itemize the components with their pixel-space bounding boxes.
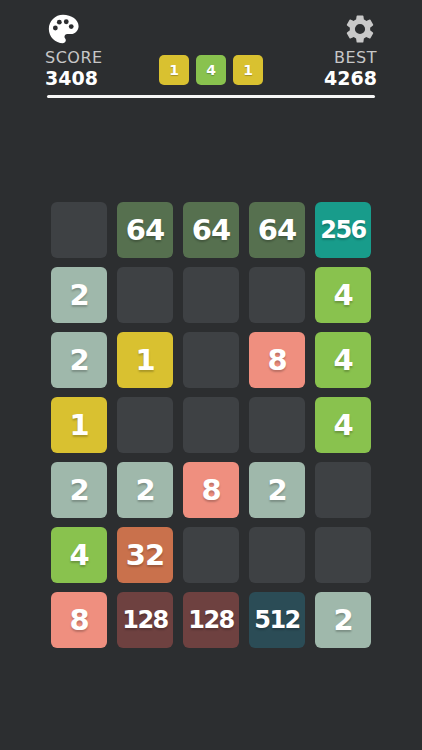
tile-2[interactable]: 2	[51, 267, 107, 323]
best-value: 4268	[324, 68, 377, 88]
tile-8[interactable]: 8	[183, 462, 239, 518]
tile-128[interactable]: 128	[183, 592, 239, 648]
game-board[interactable]: 64646425624218414228243281281285122	[51, 202, 371, 648]
empty-cell[interactable]	[183, 332, 239, 388]
empty-cell[interactable]	[249, 527, 305, 583]
empty-cell[interactable]	[315, 462, 371, 518]
tile-64[interactable]: 64	[117, 202, 173, 258]
empty-cell[interactable]	[117, 267, 173, 323]
tile-4[interactable]: 4	[315, 397, 371, 453]
tile-4[interactable]: 4	[315, 267, 371, 323]
gear-icon[interactable]	[342, 11, 378, 47]
tile-4[interactable]: 4	[51, 527, 107, 583]
empty-cell[interactable]	[117, 397, 173, 453]
empty-cell[interactable]	[315, 527, 371, 583]
tile-2[interactable]: 2	[51, 462, 107, 518]
tile-64[interactable]: 64	[183, 202, 239, 258]
tile-2[interactable]: 2	[249, 462, 305, 518]
tile-512[interactable]: 512	[249, 592, 305, 648]
empty-cell[interactable]	[183, 397, 239, 453]
queue-tile-1: 1	[159, 55, 189, 85]
tile-32[interactable]: 32	[117, 527, 173, 583]
tile-64[interactable]: 64	[249, 202, 305, 258]
tile-2[interactable]: 2	[117, 462, 173, 518]
tile-256[interactable]: 256	[315, 202, 371, 258]
tile-1[interactable]: 1	[117, 332, 173, 388]
tile-4[interactable]: 4	[315, 332, 371, 388]
tile-8[interactable]: 8	[51, 592, 107, 648]
tile-1[interactable]: 1	[51, 397, 107, 453]
queue-tile-1: 1	[233, 55, 263, 85]
empty-cell[interactable]	[249, 267, 305, 323]
tile-128[interactable]: 128	[117, 592, 173, 648]
empty-cell[interactable]	[249, 397, 305, 453]
header-divider	[47, 95, 375, 98]
palette-icon[interactable]	[45, 11, 81, 47]
empty-cell[interactable]	[51, 202, 107, 258]
tile-2[interactable]: 2	[315, 592, 371, 648]
game-screen: SCORE 3408 141 BEST 4268 646464256242184…	[0, 0, 422, 750]
tile-8[interactable]: 8	[249, 332, 305, 388]
tile-2[interactable]: 2	[51, 332, 107, 388]
queue-tile-4: 4	[196, 55, 226, 85]
empty-cell[interactable]	[183, 527, 239, 583]
empty-cell[interactable]	[183, 267, 239, 323]
best-panel: BEST 4268	[324, 49, 377, 88]
best-label: BEST	[324, 49, 377, 67]
